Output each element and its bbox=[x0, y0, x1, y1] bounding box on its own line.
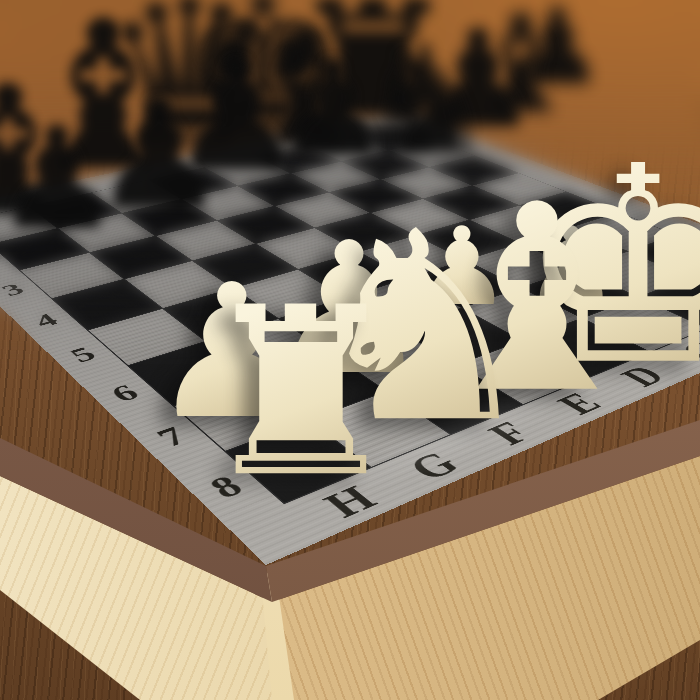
white-rook-h8: ♜ bbox=[197, 277, 405, 509]
photo-scene: HGFEDCBA87654321 ♝♟♝♟♛♟♚♝♟♜♞♟♝♟♟♟♚♟♝♟♞♜ bbox=[0, 0, 700, 700]
black-pawn-blurred: ♟ bbox=[0, 109, 120, 249]
